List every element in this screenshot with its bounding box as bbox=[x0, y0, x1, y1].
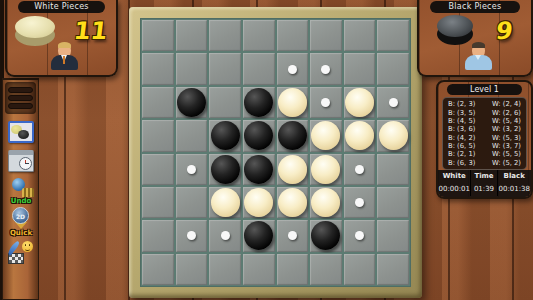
board-cell-r7c6[interactable] bbox=[309, 219, 343, 252]
board-cell-r1c4[interactable] bbox=[242, 19, 276, 52]
board-cell-r1c5[interactable] bbox=[276, 19, 310, 52]
board-cell-r5c4[interactable] bbox=[242, 153, 276, 186]
undo-button[interactable]: Undo bbox=[3, 175, 39, 205]
board-cell-r3c2[interactable] bbox=[175, 86, 209, 119]
black-disc bbox=[177, 88, 206, 117]
black-move-text: B: (4, 2) bbox=[448, 134, 475, 142]
legal-move-marker bbox=[221, 231, 230, 240]
white-disc bbox=[278, 188, 307, 217]
board-cell-r8c4[interactable] bbox=[242, 253, 276, 286]
smiley-icon bbox=[22, 241, 33, 252]
legal-move-marker bbox=[288, 231, 297, 240]
undo-label: Undo bbox=[11, 197, 32, 205]
white-panel-title: White Pieces bbox=[18, 1, 105, 13]
board-cell-r8c7[interactable] bbox=[343, 253, 377, 286]
white-disc bbox=[345, 121, 374, 150]
board-cell-r5c3[interactable] bbox=[208, 153, 242, 186]
board-cell-r2c3[interactable] bbox=[208, 52, 242, 85]
black-move-text: B: (3, 5) bbox=[448, 109, 475, 117]
board-cell-r5c6[interactable] bbox=[309, 153, 343, 186]
board-cell-r6c4[interactable] bbox=[242, 186, 276, 219]
board-cell-r3c8[interactable] bbox=[376, 86, 410, 119]
board-cell-r8c3[interactable] bbox=[208, 253, 242, 286]
time-header: Time bbox=[471, 170, 497, 183]
white-move-text: W: (5, 2) bbox=[492, 159, 521, 167]
board-cell-r7c4[interactable] bbox=[242, 219, 276, 252]
board-cell-r7c8[interactable] bbox=[376, 219, 410, 252]
black-panel-title: Black Pieces bbox=[430, 1, 520, 13]
black-player-panel: Black Pieces 9 bbox=[417, 0, 533, 77]
legal-move-marker bbox=[355, 231, 364, 240]
board-cell-r2c4[interactable] bbox=[242, 52, 276, 85]
board-cell-r4c7[interactable] bbox=[343, 119, 377, 152]
quick-label: Quick bbox=[10, 229, 32, 237]
board-cell-r5c7[interactable] bbox=[343, 153, 377, 186]
board-cell-r6c3[interactable] bbox=[208, 186, 242, 219]
legal-move-marker bbox=[355, 198, 364, 207]
new-game-button[interactable] bbox=[3, 117, 39, 146]
undo-icon bbox=[8, 178, 34, 197]
black-move-text: B: (2, 3) bbox=[448, 100, 475, 108]
white-disc bbox=[244, 188, 273, 217]
black-disc bbox=[278, 121, 307, 150]
board-cell-r8c8[interactable] bbox=[376, 253, 410, 286]
move-row: B: (4, 5)W: (5, 4) bbox=[448, 117, 521, 125]
board-cell-r1c2[interactable] bbox=[175, 19, 209, 52]
2d-badge: 2D bbox=[12, 207, 29, 224]
board-cell-r7c3[interactable] bbox=[208, 219, 242, 252]
board-cell-r4c5[interactable] bbox=[276, 119, 310, 152]
board-cell-r1c8[interactable] bbox=[376, 19, 410, 52]
white-move-text: W: (5, 3) bbox=[492, 134, 521, 142]
board-cell-r2c8[interactable] bbox=[376, 52, 410, 85]
move-row: B: (4, 2)W: (5, 3) bbox=[448, 134, 521, 142]
move-row: B: (6, 5)W: (3, 7) bbox=[448, 142, 521, 150]
hint-button[interactable] bbox=[3, 237, 39, 264]
board-cell-r3c4[interactable] bbox=[242, 86, 276, 119]
board-cell-r8c1[interactable] bbox=[141, 253, 175, 286]
board-cell-r8c5[interactable] bbox=[276, 253, 310, 286]
info-panel: Level 1 B: (2, 3)W: (2, 4)B: (3, 5)W: (2… bbox=[436, 80, 533, 199]
2d-medal-icon: 2D bbox=[10, 207, 32, 229]
board-cell-r4c6[interactable] bbox=[309, 119, 343, 152]
white-piece-count: 11 bbox=[72, 17, 109, 45]
chess-pieces-icon bbox=[22, 188, 34, 197]
black-disc bbox=[244, 88, 273, 117]
board-cell-r4c2[interactable] bbox=[175, 119, 209, 152]
white-move-text: W: (3, 2) bbox=[492, 125, 521, 133]
black-move-text: B: (4, 5) bbox=[448, 117, 475, 125]
board-cell-r3c6[interactable] bbox=[309, 86, 343, 119]
white-timer-header: White bbox=[438, 170, 471, 183]
black-piece-count: 9 bbox=[495, 17, 515, 45]
board-cell-r2c2[interactable] bbox=[175, 52, 209, 85]
black-disc bbox=[244, 155, 273, 184]
legal-move-marker bbox=[321, 98, 330, 107]
sidebar-toolbar: Undo 2D Quick bbox=[2, 78, 39, 300]
board-cell-r1c1[interactable] bbox=[141, 19, 175, 52]
board-cell-r1c3[interactable] bbox=[208, 19, 242, 52]
black-move-text: B: (3, 6) bbox=[448, 125, 475, 133]
board-cell-r3c1[interactable] bbox=[141, 86, 175, 119]
board-cell-r4c1[interactable] bbox=[141, 119, 175, 152]
clock-icon bbox=[19, 157, 32, 170]
black-disc-icon bbox=[18, 130, 29, 139]
board-cell-r6c8[interactable] bbox=[376, 186, 410, 219]
level-indicator: Level 1 bbox=[447, 84, 521, 95]
board-cell-r7c1[interactable] bbox=[141, 219, 175, 252]
board-cell-r6c5[interactable] bbox=[276, 186, 310, 219]
legal-move-marker bbox=[288, 65, 297, 74]
menu-bar-button[interactable] bbox=[8, 87, 33, 93]
black-disc bbox=[244, 221, 273, 250]
board-cell-r6c1[interactable] bbox=[141, 186, 175, 219]
black-timer-value: 00:01:38 bbox=[498, 183, 531, 196]
move-row: B: (3, 5)W: (2, 6) bbox=[448, 109, 521, 117]
board-cell-r5c1[interactable] bbox=[141, 153, 175, 186]
board-cell-r4c4[interactable] bbox=[242, 119, 276, 152]
legal-move-marker bbox=[321, 65, 330, 74]
black-move-text: B: (6, 5) bbox=[448, 142, 475, 150]
move-row: B: (6, 3)W: (5, 2) bbox=[448, 159, 521, 167]
othello-game-screen: Undo 2D Quick White Pieces 11 B bbox=[0, 0, 533, 300]
legal-move-marker bbox=[187, 231, 196, 240]
white-disc bbox=[345, 88, 374, 117]
board-cell-r7c5[interactable] bbox=[276, 219, 310, 252]
board-cell-r5c2[interactable] bbox=[175, 153, 209, 186]
board-cell-r8c2[interactable] bbox=[175, 253, 209, 286]
move-row: B: (2, 3)W: (2, 4) bbox=[448, 100, 521, 108]
black-disc bbox=[211, 155, 240, 184]
menu-bar-button[interactable] bbox=[8, 103, 33, 109]
hint-icon bbox=[8, 240, 34, 264]
black-timer-header: Black bbox=[498, 170, 531, 183]
quick-2d-button[interactable]: 2D Quick bbox=[3, 205, 39, 237]
white-move-text: W: (5, 5) bbox=[492, 150, 521, 158]
board-cell-r6c6[interactable] bbox=[309, 186, 343, 219]
board-cell-r4c8[interactable] bbox=[376, 119, 410, 152]
white-disc bbox=[278, 88, 307, 117]
othello-board bbox=[140, 18, 411, 287]
white-move-text: W: (2, 4) bbox=[492, 100, 521, 108]
white-disc bbox=[311, 121, 340, 150]
board-cell-r1c6[interactable] bbox=[309, 19, 343, 52]
white-move-text: W: (2, 6) bbox=[492, 109, 521, 117]
white-disc bbox=[379, 121, 408, 150]
board-cell-r3c3[interactable] bbox=[208, 86, 242, 119]
move-row: B: (2, 1)W: (5, 5) bbox=[448, 150, 521, 158]
board-cell-r3c5[interactable] bbox=[276, 86, 310, 119]
board-cell-r3c7[interactable] bbox=[343, 86, 377, 119]
board-cell-r6c2[interactable] bbox=[175, 186, 209, 219]
black-move-text: B: (2, 1) bbox=[448, 150, 475, 158]
board-cell-r6c7[interactable] bbox=[343, 186, 377, 219]
black-disc bbox=[211, 121, 240, 150]
clock-window-icon bbox=[8, 150, 34, 172]
timer-strip: White Time Black 00:00:01 01:39 00:01:38 bbox=[438, 170, 531, 197]
time-options-button[interactable] bbox=[3, 146, 39, 175]
board-cell-r7c7[interactable] bbox=[343, 219, 377, 252]
menu-panel bbox=[5, 82, 36, 114]
white-disc-3d bbox=[15, 16, 55, 42]
move-history-list[interactable]: B: (2, 3)W: (2, 4)B: (3, 5)W: (2, 6)B: (… bbox=[442, 97, 527, 170]
white-disc bbox=[311, 188, 340, 217]
white-timer-value: 00:00:01 bbox=[438, 183, 471, 196]
new-game-icon bbox=[8, 121, 34, 143]
white-player-panel: White Pieces 11 bbox=[5, 0, 118, 77]
board-cell-r2c1[interactable] bbox=[141, 52, 175, 85]
board-cell-r7c2[interactable] bbox=[175, 219, 209, 252]
white-disc bbox=[311, 155, 340, 184]
move-row: B: (3, 6)W: (3, 2) bbox=[448, 125, 521, 133]
white-player-avatar bbox=[49, 43, 79, 74]
white-move-text: W: (3, 7) bbox=[492, 142, 521, 150]
board-cell-r1c7[interactable] bbox=[343, 19, 377, 52]
board-cell-r5c5[interactable] bbox=[276, 153, 310, 186]
black-disc bbox=[244, 121, 273, 150]
legal-move-marker bbox=[389, 98, 398, 107]
black-player-avatar bbox=[463, 43, 493, 74]
board-cell-r5c8[interactable] bbox=[376, 153, 410, 186]
board-cell-r8c6[interactable] bbox=[309, 253, 343, 286]
board-cell-r4c3[interactable] bbox=[208, 119, 242, 152]
black-move-text: B: (6, 3) bbox=[448, 159, 475, 167]
white-disc bbox=[278, 155, 307, 184]
legal-move-marker bbox=[355, 165, 364, 174]
black-disc bbox=[311, 221, 340, 250]
menu-bar-button[interactable] bbox=[8, 95, 33, 101]
board-cell-r2c7[interactable] bbox=[343, 52, 377, 85]
white-move-text: W: (5, 4) bbox=[492, 117, 521, 125]
total-time-value: 01:39 bbox=[471, 183, 497, 196]
white-disc bbox=[211, 188, 240, 217]
legal-move-marker bbox=[187, 165, 196, 174]
board-cell-r2c6[interactable] bbox=[309, 52, 343, 85]
black-disc-3d bbox=[437, 15, 473, 41]
board-cell-r2c5[interactable] bbox=[276, 52, 310, 85]
board-frame bbox=[129, 7, 422, 298]
